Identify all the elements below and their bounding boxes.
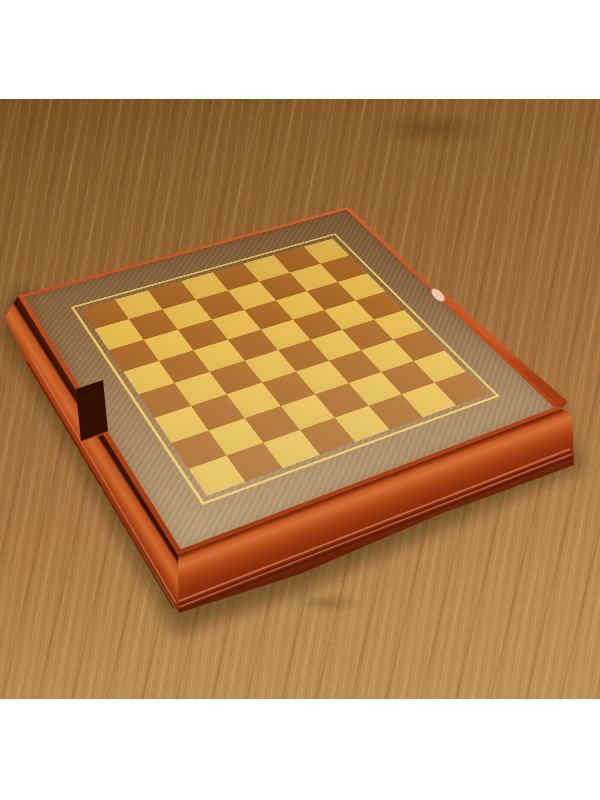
chessboard-product-photo [0,99,600,699]
page [0,0,600,800]
